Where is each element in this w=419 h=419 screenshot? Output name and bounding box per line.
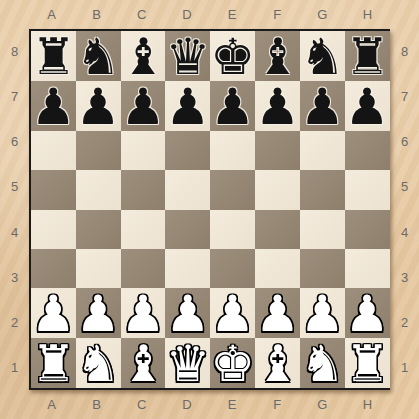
square-d7[interactable]: ♟	[165, 81, 210, 131]
rank-label-6: 6	[390, 119, 419, 164]
rank-label-3: 3	[390, 255, 419, 300]
square-h2[interactable]: ♟	[345, 288, 390, 338]
black-pawn[interactable]: ♟	[121, 82, 166, 132]
black-pawn[interactable]: ♟	[165, 82, 210, 132]
rank-label-4: 4	[0, 210, 29, 255]
square-g3[interactable]	[300, 249, 345, 288]
white-rook[interactable]: ♜	[31, 339, 76, 389]
white-pawn[interactable]: ♟	[300, 289, 345, 339]
black-pawn[interactable]: ♟	[31, 82, 76, 132]
file-label-h: H	[345, 0, 390, 29]
white-pawn[interactable]: ♟	[31, 289, 76, 339]
square-g2[interactable]: ♟	[300, 288, 345, 338]
square-h8[interactable]: ♜	[345, 31, 390, 81]
file-label-g: G	[300, 0, 345, 29]
square-h4[interactable]	[345, 210, 390, 249]
square-d6[interactable]	[165, 131, 210, 170]
black-pawn[interactable]: ♟	[300, 82, 345, 132]
square-e7[interactable]: ♟	[210, 81, 255, 131]
white-king[interactable]: ♚	[210, 339, 255, 389]
rank-labels-right: 87654321	[390, 29, 419, 390]
white-pawn[interactable]: ♟	[165, 289, 210, 339]
rank-label-8: 8	[390, 29, 419, 74]
square-f2[interactable]: ♟	[255, 288, 300, 338]
square-e4[interactable]	[210, 210, 255, 249]
square-c8[interactable]: ♝	[121, 31, 166, 81]
chess-app: ABCDEFGH ABCDEFGH 87654321 87654321 ♜♞♝♛…	[0, 0, 419, 419]
file-label-g: G	[300, 390, 345, 419]
square-e5[interactable]	[210, 170, 255, 209]
square-b2[interactable]: ♟	[76, 288, 121, 338]
rank-label-5: 5	[390, 164, 419, 209]
square-f1[interactable]: ♝	[255, 338, 300, 388]
square-d5[interactable]	[165, 170, 210, 209]
square-d4[interactable]	[165, 210, 210, 249]
square-d8[interactable]: ♛	[165, 31, 210, 81]
rank-label-5: 5	[0, 164, 29, 209]
black-bishop[interactable]: ♝	[255, 32, 300, 82]
file-label-d: D	[164, 390, 209, 419]
file-label-b: B	[74, 390, 119, 419]
file-label-b: B	[74, 0, 119, 29]
file-label-e: E	[210, 0, 255, 29]
square-a7[interactable]: ♟	[31, 81, 76, 131]
square-a5[interactable]	[31, 170, 76, 209]
rank-label-4: 4	[390, 210, 419, 255]
rank-label-1: 1	[390, 345, 419, 390]
white-knight[interactable]: ♞	[76, 339, 121, 389]
black-pawn[interactable]: ♟	[210, 82, 255, 132]
black-pawn[interactable]: ♟	[255, 82, 300, 132]
square-f8[interactable]: ♝	[255, 31, 300, 81]
square-e3[interactable]	[210, 249, 255, 288]
black-pawn[interactable]: ♟	[76, 82, 121, 132]
white-rook[interactable]: ♜	[345, 339, 390, 389]
file-label-e: E	[210, 390, 255, 419]
rank-labels-left: 87654321	[0, 29, 29, 390]
square-f6[interactable]	[255, 131, 300, 170]
square-b3[interactable]	[76, 249, 121, 288]
square-b5[interactable]	[76, 170, 121, 209]
file-label-c: C	[119, 0, 164, 29]
square-g5[interactable]	[300, 170, 345, 209]
rank-label-6: 6	[0, 119, 29, 164]
file-label-a: A	[29, 0, 74, 29]
white-pawn[interactable]: ♟	[210, 289, 255, 339]
square-d3[interactable]	[165, 249, 210, 288]
square-e6[interactable]	[210, 131, 255, 170]
white-pawn[interactable]: ♟	[76, 289, 121, 339]
file-label-d: D	[164, 0, 209, 29]
square-a8[interactable]: ♜	[31, 31, 76, 81]
black-king[interactable]: ♚	[210, 32, 255, 82]
square-c3[interactable]	[121, 249, 166, 288]
black-rook[interactable]: ♜	[31, 32, 76, 82]
square-g7[interactable]: ♟	[300, 81, 345, 131]
square-h1[interactable]: ♜	[345, 338, 390, 388]
square-g1[interactable]: ♞	[300, 338, 345, 388]
white-knight[interactable]: ♞	[300, 339, 345, 389]
square-b7[interactable]: ♟	[76, 81, 121, 131]
square-f7[interactable]: ♟	[255, 81, 300, 131]
square-f5[interactable]	[255, 170, 300, 209]
square-g8[interactable]: ♞	[300, 31, 345, 81]
square-a6[interactable]	[31, 131, 76, 170]
square-g4[interactable]	[300, 210, 345, 249]
square-c6[interactable]	[121, 131, 166, 170]
white-pawn[interactable]: ♟	[121, 289, 166, 339]
file-label-h: H	[345, 390, 390, 419]
white-bishop[interactable]: ♝	[121, 339, 166, 389]
file-labels-top: ABCDEFGH	[29, 0, 390, 29]
square-a2[interactable]: ♟	[31, 288, 76, 338]
file-label-f: F	[255, 0, 300, 29]
square-h7[interactable]: ♟	[345, 81, 390, 131]
square-a1[interactable]: ♜	[31, 338, 76, 388]
square-d2[interactable]: ♟	[165, 288, 210, 338]
black-rook[interactable]: ♜	[345, 32, 390, 82]
square-c2[interactable]: ♟	[121, 288, 166, 338]
square-c1[interactable]: ♝	[121, 338, 166, 388]
square-d1[interactable]: ♛	[165, 338, 210, 388]
white-pawn[interactable]: ♟	[255, 289, 300, 339]
rank-label-3: 3	[0, 255, 29, 300]
square-c4[interactable]	[121, 210, 166, 249]
black-knight[interactable]: ♞	[300, 32, 345, 82]
square-g6[interactable]	[300, 131, 345, 170]
square-b8[interactable]: ♞	[76, 31, 121, 81]
file-label-f: F	[255, 390, 300, 419]
file-label-a: A	[29, 390, 74, 419]
square-c5[interactable]	[121, 170, 166, 209]
square-f4[interactable]	[255, 210, 300, 249]
square-h6[interactable]	[345, 131, 390, 170]
chess-board: ♜♞♝♛♚♝♞♜♟♟♟♟♟♟♟♟♟♟♟♟♟♟♟♟♜♞♝♛♚♝♞♜	[29, 29, 390, 390]
rank-label-7: 7	[0, 74, 29, 119]
white-bishop[interactable]: ♝	[255, 339, 300, 389]
black-bishop[interactable]: ♝	[121, 32, 166, 82]
square-e1[interactable]: ♚	[210, 338, 255, 388]
black-knight[interactable]: ♞	[76, 32, 121, 82]
square-h3[interactable]	[345, 249, 390, 288]
square-e2[interactable]: ♟	[210, 288, 255, 338]
white-queen[interactable]: ♛	[165, 339, 210, 389]
square-f3[interactable]	[255, 249, 300, 288]
rank-label-2: 2	[390, 300, 419, 345]
square-b4[interactable]	[76, 210, 121, 249]
square-a3[interactable]	[31, 249, 76, 288]
square-h5[interactable]	[345, 170, 390, 209]
rank-label-1: 1	[0, 345, 29, 390]
square-b6[interactable]	[76, 131, 121, 170]
rank-label-7: 7	[390, 74, 419, 119]
white-pawn[interactable]: ♟	[345, 289, 390, 339]
square-e8[interactable]: ♚	[210, 31, 255, 81]
rank-label-2: 2	[0, 300, 29, 345]
file-labels-bottom: ABCDEFGH	[29, 390, 390, 419]
black-pawn[interactable]: ♟	[345, 82, 390, 132]
square-a4[interactable]	[31, 210, 76, 249]
file-label-c: C	[119, 390, 164, 419]
square-c7[interactable]: ♟	[121, 81, 166, 131]
square-b1[interactable]: ♞	[76, 338, 121, 388]
black-queen[interactable]: ♛	[165, 32, 210, 82]
rank-label-8: 8	[0, 29, 29, 74]
